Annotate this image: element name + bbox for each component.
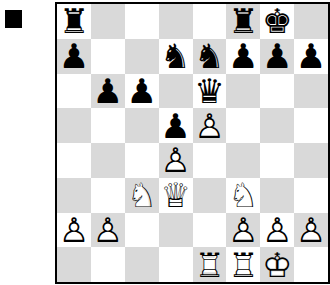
white-pawn-h2[interactable]: ♟♙ [294, 213, 328, 248]
black-piece-glyph: ♟ [228, 39, 258, 73]
square-a6[interactable] [57, 74, 91, 109]
black-pawn-h7[interactable]: ♟ [294, 39, 328, 74]
square-g5[interactable] [260, 108, 294, 143]
black-pawn-b6[interactable]: ♟ [91, 74, 125, 109]
white-piece-outline: ♔ [262, 248, 292, 282]
white-pawn-e5[interactable]: ♟♙ [193, 108, 227, 143]
square-f1[interactable]: ♜♖ [226, 247, 260, 282]
square-c8[interactable] [125, 4, 159, 39]
side-to-move-indicator [5, 10, 22, 28]
square-e4[interactable] [193, 143, 227, 178]
square-f6[interactable] [226, 74, 260, 109]
white-piece-outline: ♙ [59, 213, 89, 247]
square-c7[interactable] [125, 39, 159, 74]
square-f2[interactable]: ♟♙ [226, 213, 260, 248]
square-a5[interactable] [57, 108, 91, 143]
black-piece-glyph: ♟ [59, 39, 89, 73]
black-piece-glyph: ♞ [160, 39, 190, 73]
white-king-g1[interactable]: ♚♔ [260, 247, 294, 282]
black-piece-glyph: ♜ [228, 4, 258, 38]
black-piece-glyph: ♟ [296, 39, 326, 73]
square-f8[interactable]: ♜ [226, 4, 260, 39]
black-knight-e7[interactable]: ♞ [193, 39, 227, 74]
square-g7[interactable]: ♟ [260, 39, 294, 74]
square-d4[interactable]: ♟♙ [159, 143, 193, 178]
square-g2[interactable]: ♟♙ [260, 213, 294, 248]
square-h8[interactable] [294, 4, 328, 39]
square-b7[interactable] [91, 39, 125, 74]
white-piece-outline: ♙ [93, 213, 123, 247]
black-piece-glyph: ♟ [262, 39, 292, 73]
black-rook-f8[interactable]: ♜ [226, 4, 260, 39]
white-piece-outline: ♘ [228, 178, 258, 212]
square-e3[interactable] [193, 178, 227, 213]
square-b2[interactable]: ♟♙ [91, 213, 125, 248]
square-f5[interactable] [226, 108, 260, 143]
black-rook-a8[interactable]: ♜ [57, 4, 91, 39]
square-g4[interactable] [260, 143, 294, 178]
square-g8[interactable]: ♚ [260, 4, 294, 39]
square-a1[interactable] [57, 247, 91, 282]
square-g6[interactable] [260, 74, 294, 109]
square-f7[interactable]: ♟ [226, 39, 260, 74]
black-king-g8[interactable]: ♚ [260, 4, 294, 39]
white-pawn-f2[interactable]: ♟♙ [226, 213, 260, 248]
square-d5[interactable]: ♟ [159, 108, 193, 143]
white-pawn-b2[interactable]: ♟♙ [91, 213, 125, 248]
black-piece-glyph: ♛ [194, 74, 224, 108]
square-a8[interactable]: ♜ [57, 4, 91, 39]
square-c4[interactable] [125, 143, 159, 178]
black-pawn-d5[interactable]: ♟ [159, 108, 193, 143]
black-pawn-f7[interactable]: ♟ [226, 39, 260, 74]
black-pawn-g7[interactable]: ♟ [260, 39, 294, 74]
black-piece-glyph: ♜ [59, 4, 89, 38]
white-piece-outline: ♕ [160, 178, 190, 212]
black-knight-d7[interactable]: ♞ [159, 39, 193, 74]
square-c5[interactable] [125, 108, 159, 143]
square-b3[interactable] [91, 178, 125, 213]
square-b6[interactable]: ♟ [91, 74, 125, 109]
white-queen-d3[interactable]: ♛♕ [159, 178, 193, 213]
square-g1[interactable]: ♚♔ [260, 247, 294, 282]
black-pawn-c6[interactable]: ♟ [125, 74, 159, 109]
square-c1[interactable] [125, 247, 159, 282]
white-piece-outline: ♙ [160, 143, 190, 177]
square-a2[interactable]: ♟♙ [57, 213, 91, 248]
square-e5[interactable]: ♟♙ [193, 108, 227, 143]
square-e7[interactable]: ♞ [193, 39, 227, 74]
square-e6[interactable]: ♛ [193, 74, 227, 109]
black-queen-e6[interactable]: ♛ [193, 74, 227, 109]
square-d8[interactable] [159, 4, 193, 39]
square-d3[interactable]: ♛♕ [159, 178, 193, 213]
black-piece-glyph: ♞ [194, 39, 224, 73]
square-a4[interactable] [57, 143, 91, 178]
black-piece-glyph: ♟ [93, 74, 123, 108]
square-e1[interactable]: ♜♖ [193, 247, 227, 282]
white-piece-outline: ♙ [296, 213, 326, 247]
square-c3[interactable]: ♞♘ [125, 178, 159, 213]
square-e8[interactable] [193, 4, 227, 39]
white-knight-f3[interactable]: ♞♘ [226, 178, 260, 213]
square-h5[interactable] [294, 108, 328, 143]
square-c2[interactable] [125, 213, 159, 248]
square-h4[interactable] [294, 143, 328, 178]
white-pawn-g2[interactable]: ♟♙ [260, 213, 294, 248]
square-d6[interactable] [159, 74, 193, 109]
black-piece-glyph: ♚ [262, 4, 292, 38]
white-pawn-a2[interactable]: ♟♙ [57, 213, 91, 248]
white-rook-f1[interactable]: ♜♖ [226, 247, 260, 282]
chess-board: ♜♜♚♟♞♞♟♟♟♟♟♛♟♟♙♟♙♞♘♛♕♞♘♟♙♟♙♟♙♟♙♟♙♜♖♜♖♚♔ [55, 2, 330, 284]
white-pawn-d4[interactable]: ♟♙ [159, 143, 193, 178]
square-f3[interactable]: ♞♘ [226, 178, 260, 213]
square-e2[interactable] [193, 213, 227, 248]
square-a3[interactable] [57, 178, 91, 213]
square-h6[interactable] [294, 74, 328, 109]
square-h3[interactable] [294, 178, 328, 213]
white-piece-outline: ♖ [194, 248, 224, 282]
white-knight-c3[interactable]: ♞♘ [125, 178, 159, 213]
square-b8[interactable] [91, 4, 125, 39]
white-rook-e1[interactable]: ♜♖ [193, 247, 227, 282]
white-piece-outline: ♙ [262, 213, 292, 247]
white-piece-outline: ♘ [126, 178, 156, 212]
black-piece-glyph: ♟ [160, 109, 190, 143]
black-piece-glyph: ♟ [126, 74, 156, 108]
square-h7[interactable]: ♟ [294, 39, 328, 74]
square-d2[interactable] [159, 213, 193, 248]
square-c6[interactable]: ♟ [125, 74, 159, 109]
square-b5[interactable] [91, 108, 125, 143]
black-pawn-a7[interactable]: ♟ [57, 39, 91, 74]
white-piece-outline: ♙ [228, 213, 258, 247]
square-h1[interactable] [294, 247, 328, 282]
square-a7[interactable]: ♟ [57, 39, 91, 74]
square-g3[interactable] [260, 178, 294, 213]
white-piece-outline: ♖ [228, 248, 258, 282]
square-h2[interactable]: ♟♙ [294, 213, 328, 248]
square-d7[interactable]: ♞ [159, 39, 193, 74]
square-d1[interactable] [159, 247, 193, 282]
square-b4[interactable] [91, 143, 125, 178]
white-piece-outline: ♙ [194, 109, 224, 143]
square-b1[interactable] [91, 247, 125, 282]
square-f4[interactable] [226, 143, 260, 178]
